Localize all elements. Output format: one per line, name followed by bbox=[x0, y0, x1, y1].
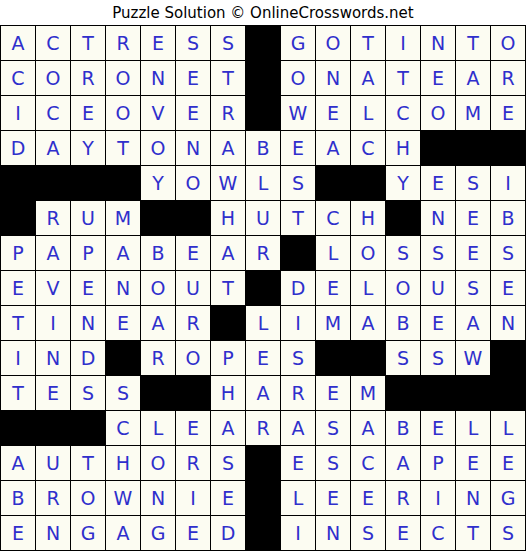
letter-cell: W bbox=[211, 166, 245, 200]
letter-cell: E bbox=[351, 481, 385, 515]
letter-cell: B bbox=[386, 411, 420, 445]
letter-cell: L bbox=[491, 411, 525, 445]
letter-cell: R bbox=[71, 61, 105, 95]
letter-cell: N bbox=[421, 26, 455, 60]
black-cell bbox=[246, 26, 280, 60]
black-cell bbox=[421, 131, 455, 165]
letter-cell: E bbox=[456, 201, 490, 235]
letter-cell: O bbox=[176, 341, 210, 375]
black-cell bbox=[1, 201, 35, 235]
black-cell bbox=[1, 166, 35, 200]
letter-cell: A bbox=[106, 236, 140, 270]
letter-cell: I bbox=[36, 306, 70, 340]
letter-cell: M bbox=[316, 306, 350, 340]
letter-cell: B bbox=[1, 481, 35, 515]
letter-cell: E bbox=[246, 341, 280, 375]
letter-cell: T bbox=[106, 131, 140, 165]
letter-cell: C bbox=[421, 516, 455, 550]
black-cell bbox=[491, 376, 525, 410]
letter-cell: E bbox=[491, 271, 525, 305]
letter-cell: N bbox=[36, 341, 70, 375]
letter-cell: C bbox=[1, 61, 35, 95]
black-cell bbox=[141, 376, 175, 410]
letter-cell: R bbox=[176, 446, 210, 480]
letter-cell: S bbox=[421, 236, 455, 270]
black-cell bbox=[316, 166, 350, 200]
letter-cell: O bbox=[71, 481, 105, 515]
letter-cell: N bbox=[176, 131, 210, 165]
letter-cell: R bbox=[211, 96, 245, 130]
letter-cell: R bbox=[176, 306, 210, 340]
letter-cell: T bbox=[281, 201, 315, 235]
letter-cell: L bbox=[246, 166, 280, 200]
black-cell bbox=[1, 411, 35, 445]
puzzle-solution-page: Puzzle Solution © OnlineCrosswords.net A… bbox=[0, 0, 526, 551]
letter-cell: O bbox=[141, 271, 175, 305]
letter-cell: R bbox=[246, 411, 280, 445]
letter-cell: V bbox=[36, 271, 70, 305]
letter-cell: E bbox=[421, 411, 455, 445]
black-cell bbox=[246, 271, 280, 305]
letter-cell: A bbox=[351, 306, 385, 340]
letter-cell: S bbox=[456, 166, 490, 200]
black-cell bbox=[211, 306, 245, 340]
letter-cell: H bbox=[351, 201, 385, 235]
letter-cell: A bbox=[36, 236, 70, 270]
black-cell bbox=[36, 411, 70, 445]
letter-cell: E bbox=[316, 376, 350, 410]
black-cell bbox=[246, 481, 280, 515]
letter-cell: E bbox=[281, 131, 315, 165]
letter-cell: E bbox=[176, 96, 210, 130]
black-cell bbox=[421, 376, 455, 410]
letter-cell: O bbox=[141, 446, 175, 480]
black-cell bbox=[491, 341, 525, 375]
letter-cell: E bbox=[456, 236, 490, 270]
black-cell bbox=[71, 166, 105, 200]
letter-cell: S bbox=[491, 236, 525, 270]
letter-cell: S bbox=[456, 271, 490, 305]
letter-cell: B bbox=[246, 131, 280, 165]
letter-cell: B bbox=[386, 306, 420, 340]
letter-cell: O bbox=[316, 26, 350, 60]
letter-cell: Y bbox=[386, 166, 420, 200]
letter-cell: I bbox=[1, 341, 35, 375]
letter-cell: E bbox=[211, 481, 245, 515]
black-cell bbox=[36, 166, 70, 200]
letter-cell: D bbox=[211, 516, 245, 550]
letter-cell: T bbox=[1, 306, 35, 340]
letter-cell: A bbox=[141, 306, 175, 340]
letter-cell: T bbox=[386, 61, 420, 95]
letter-cell: T bbox=[211, 271, 245, 305]
letter-cell: S bbox=[176, 26, 210, 60]
letter-cell: O bbox=[141, 131, 175, 165]
letter-cell: A bbox=[211, 131, 245, 165]
letter-cell: E bbox=[491, 96, 525, 130]
letter-cell: E bbox=[141, 26, 175, 60]
letter-cell: D bbox=[1, 131, 35, 165]
letter-cell: N bbox=[141, 61, 175, 95]
letter-cell: L bbox=[281, 481, 315, 515]
letter-cell: D bbox=[281, 271, 315, 305]
letter-cell: N bbox=[141, 481, 175, 515]
letter-cell: E bbox=[1, 271, 35, 305]
letter-cell: E bbox=[71, 96, 105, 130]
letter-cell: H bbox=[211, 376, 245, 410]
page-title: Puzzle Solution © OnlineCrosswords.net bbox=[0, 0, 526, 25]
letter-cell: B bbox=[141, 236, 175, 270]
crossword-grid: ACTRESSGOTINTOCORONETONATEARICEOVERWELCO… bbox=[0, 25, 526, 551]
letter-cell: E bbox=[491, 446, 525, 480]
black-cell bbox=[246, 61, 280, 95]
letter-cell: E bbox=[176, 516, 210, 550]
letter-cell: S bbox=[316, 411, 350, 445]
letter-cell: P bbox=[421, 446, 455, 480]
black-cell bbox=[351, 166, 385, 200]
letter-cell: H bbox=[386, 131, 420, 165]
letter-cell: S bbox=[491, 516, 525, 550]
letter-cell: H bbox=[106, 446, 140, 480]
black-cell bbox=[176, 376, 210, 410]
letter-cell: O bbox=[421, 96, 455, 130]
letter-cell: C bbox=[106, 411, 140, 445]
letter-cell: R bbox=[36, 481, 70, 515]
letter-cell: C bbox=[386, 96, 420, 130]
black-cell bbox=[106, 341, 140, 375]
letter-cell: I bbox=[176, 481, 210, 515]
letter-cell: S bbox=[386, 341, 420, 375]
letter-cell: R bbox=[491, 61, 525, 95]
letter-cell: I bbox=[281, 516, 315, 550]
letter-cell: L bbox=[141, 411, 175, 445]
black-cell bbox=[141, 201, 175, 235]
letter-cell: N bbox=[491, 306, 525, 340]
letter-cell: E bbox=[421, 61, 455, 95]
letter-cell: O bbox=[176, 166, 210, 200]
letter-cell: R bbox=[246, 236, 280, 270]
letter-cell: A bbox=[281, 411, 315, 445]
letter-cell: M bbox=[351, 376, 385, 410]
letter-cell: E bbox=[281, 446, 315, 480]
letter-cell: W bbox=[456, 341, 490, 375]
letter-cell: P bbox=[71, 236, 105, 270]
letter-cell: U bbox=[36, 446, 70, 480]
letter-cell: C bbox=[36, 96, 70, 130]
black-cell bbox=[386, 376, 420, 410]
letter-cell: E bbox=[36, 376, 70, 410]
letter-cell: L bbox=[351, 271, 385, 305]
letter-cell: E bbox=[456, 446, 490, 480]
black-cell bbox=[456, 131, 490, 165]
letter-cell: E bbox=[316, 96, 350, 130]
black-cell bbox=[351, 341, 385, 375]
letter-cell: C bbox=[351, 131, 385, 165]
letter-cell: O bbox=[281, 61, 315, 95]
letter-cell: N bbox=[456, 481, 490, 515]
letter-cell: E bbox=[176, 236, 210, 270]
letter-cell: U bbox=[246, 201, 280, 235]
letter-cell: R bbox=[36, 201, 70, 235]
letter-cell: A bbox=[1, 446, 35, 480]
letter-cell: D bbox=[71, 341, 105, 375]
letter-cell: L bbox=[456, 411, 490, 445]
letter-cell: O bbox=[36, 61, 70, 95]
letter-cell: A bbox=[456, 61, 490, 95]
letter-cell: E bbox=[421, 166, 455, 200]
letter-cell: E bbox=[176, 411, 210, 445]
letter-cell: I bbox=[281, 306, 315, 340]
letter-cell: A bbox=[246, 376, 280, 410]
black-cell bbox=[456, 376, 490, 410]
letter-cell: O bbox=[386, 271, 420, 305]
black-cell bbox=[106, 166, 140, 200]
letter-cell: T bbox=[1, 376, 35, 410]
letter-cell: T bbox=[211, 61, 245, 95]
letter-cell: A bbox=[106, 516, 140, 550]
letter-cell: R bbox=[281, 376, 315, 410]
letter-cell: O bbox=[106, 61, 140, 95]
letter-cell: S bbox=[71, 376, 105, 410]
letter-cell: G bbox=[141, 516, 175, 550]
letter-cell: S bbox=[211, 26, 245, 60]
letter-cell: I bbox=[491, 166, 525, 200]
letter-cell: P bbox=[1, 236, 35, 270]
letter-cell: N bbox=[71, 306, 105, 340]
letter-cell: M bbox=[106, 201, 140, 235]
letter-cell: A bbox=[211, 411, 245, 445]
letter-cell: Y bbox=[141, 166, 175, 200]
black-cell bbox=[491, 131, 525, 165]
letter-cell: P bbox=[211, 341, 245, 375]
black-cell bbox=[71, 411, 105, 445]
letter-cell: T bbox=[71, 26, 105, 60]
letter-cell: L bbox=[246, 306, 280, 340]
letter-cell: E bbox=[106, 306, 140, 340]
black-cell bbox=[386, 201, 420, 235]
letter-cell: R bbox=[141, 341, 175, 375]
letter-cell: E bbox=[71, 271, 105, 305]
letter-cell: E bbox=[176, 61, 210, 95]
letter-cell: N bbox=[36, 516, 70, 550]
letter-cell: A bbox=[456, 306, 490, 340]
letter-cell: S bbox=[281, 166, 315, 200]
letter-cell: A bbox=[351, 411, 385, 445]
letter-cell: T bbox=[71, 446, 105, 480]
letter-cell: S bbox=[316, 446, 350, 480]
letter-cell: C bbox=[36, 26, 70, 60]
letter-cell: I bbox=[386, 26, 420, 60]
letter-cell: A bbox=[386, 446, 420, 480]
letter-cell: E bbox=[386, 516, 420, 550]
letter-cell: S bbox=[211, 446, 245, 480]
letter-cell: S bbox=[281, 341, 315, 375]
letter-cell: U bbox=[421, 271, 455, 305]
letter-cell: A bbox=[36, 131, 70, 165]
letter-cell: I bbox=[1, 96, 35, 130]
black-cell bbox=[246, 516, 280, 550]
letter-cell: R bbox=[386, 481, 420, 515]
letter-cell: O bbox=[106, 96, 140, 130]
letter-cell: Y bbox=[71, 131, 105, 165]
letter-cell: N bbox=[316, 61, 350, 95]
letter-cell: C bbox=[316, 201, 350, 235]
letter-cell: O bbox=[351, 236, 385, 270]
letter-cell: G bbox=[281, 26, 315, 60]
letter-cell: A bbox=[211, 236, 245, 270]
letter-cell: S bbox=[106, 376, 140, 410]
black-cell bbox=[316, 341, 350, 375]
letter-cell: I bbox=[421, 481, 455, 515]
letter-cell: R bbox=[106, 26, 140, 60]
letter-cell: T bbox=[351, 26, 385, 60]
letter-cell: T bbox=[456, 26, 490, 60]
letter-cell: S bbox=[421, 341, 455, 375]
letter-cell: T bbox=[456, 516, 490, 550]
letter-cell: A bbox=[316, 131, 350, 165]
letter-cell: S bbox=[386, 236, 420, 270]
letter-cell: G bbox=[71, 516, 105, 550]
letter-cell: W bbox=[106, 481, 140, 515]
letter-cell: A bbox=[351, 61, 385, 95]
letter-cell: U bbox=[71, 201, 105, 235]
letter-cell: L bbox=[351, 96, 385, 130]
letter-cell: E bbox=[316, 271, 350, 305]
letter-cell: W bbox=[281, 96, 315, 130]
letter-cell: G bbox=[491, 481, 525, 515]
letter-cell: B bbox=[491, 201, 525, 235]
black-cell bbox=[176, 201, 210, 235]
letter-cell: E bbox=[316, 481, 350, 515]
letter-cell: V bbox=[141, 96, 175, 130]
letter-cell: N bbox=[421, 201, 455, 235]
letter-cell: L bbox=[316, 236, 350, 270]
letter-cell: A bbox=[1, 26, 35, 60]
letter-cell: E bbox=[421, 306, 455, 340]
letter-cell: U bbox=[176, 271, 210, 305]
letter-cell: N bbox=[106, 271, 140, 305]
letter-cell: S bbox=[351, 516, 385, 550]
letter-cell: O bbox=[491, 26, 525, 60]
letter-cell: C bbox=[351, 446, 385, 480]
letter-cell: N bbox=[316, 516, 350, 550]
letter-cell: E bbox=[1, 516, 35, 550]
letter-cell: H bbox=[211, 201, 245, 235]
black-cell bbox=[246, 446, 280, 480]
letter-cell: M bbox=[456, 96, 490, 130]
black-cell bbox=[281, 236, 315, 270]
black-cell bbox=[246, 96, 280, 130]
